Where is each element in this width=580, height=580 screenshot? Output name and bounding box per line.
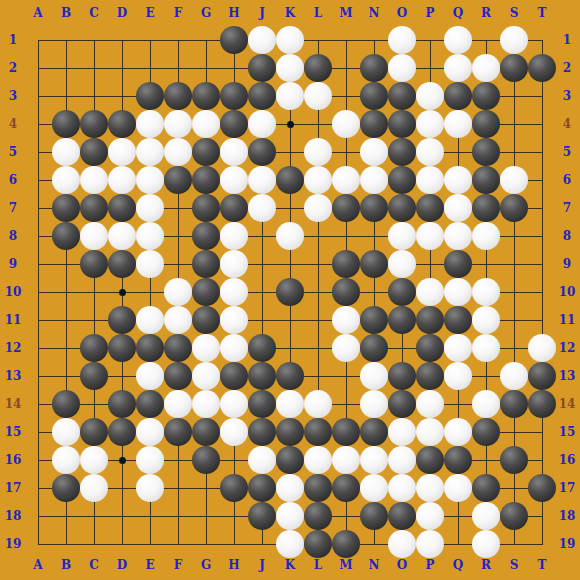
intersection-Q14[interactable] (444, 390, 472, 418)
intersection-A16[interactable] (24, 446, 52, 474)
intersection-G1[interactable] (192, 26, 220, 54)
intersection-S17[interactable] (500, 474, 528, 502)
intersection-Q3[interactable] (444, 82, 472, 110)
intersection-H12[interactable] (220, 334, 248, 362)
intersection-F19[interactable] (164, 530, 192, 558)
intersection-D9[interactable] (108, 250, 136, 278)
intersection-R13[interactable] (472, 362, 500, 390)
intersection-H1[interactable] (220, 26, 248, 54)
intersection-T4[interactable] (528, 110, 556, 138)
intersection-O18[interactable] (388, 502, 416, 530)
intersection-J15[interactable] (248, 418, 276, 446)
intersection-M10[interactable] (332, 278, 360, 306)
intersection-R16[interactable] (472, 446, 500, 474)
intersection-T1[interactable] (528, 26, 556, 54)
intersection-N11[interactable] (360, 306, 388, 334)
intersection-Q15[interactable] (444, 418, 472, 446)
intersection-A14[interactable] (24, 390, 52, 418)
intersection-S2[interactable] (500, 54, 528, 82)
intersection-K17[interactable] (276, 474, 304, 502)
intersection-B15[interactable] (52, 418, 80, 446)
intersection-S19[interactable] (500, 530, 528, 558)
intersection-S7[interactable] (500, 194, 528, 222)
intersection-F4[interactable] (164, 110, 192, 138)
intersection-N12[interactable] (360, 334, 388, 362)
intersection-F6[interactable] (164, 166, 192, 194)
intersection-Q5[interactable] (444, 138, 472, 166)
intersection-R1[interactable] (472, 26, 500, 54)
intersection-C15[interactable] (80, 418, 108, 446)
intersection-F16[interactable] (164, 446, 192, 474)
intersection-H19[interactable] (220, 530, 248, 558)
intersection-C16[interactable] (80, 446, 108, 474)
intersection-J11[interactable] (248, 306, 276, 334)
intersection-R3[interactable] (472, 82, 500, 110)
intersection-T15[interactable] (528, 418, 556, 446)
intersection-G2[interactable] (192, 54, 220, 82)
intersection-O16[interactable] (388, 446, 416, 474)
intersection-M7[interactable] (332, 194, 360, 222)
intersection-E12[interactable] (136, 334, 164, 362)
intersection-H6[interactable] (220, 166, 248, 194)
intersection-O9[interactable] (388, 250, 416, 278)
intersection-N5[interactable] (360, 138, 388, 166)
intersection-K1[interactable] (276, 26, 304, 54)
intersection-P7[interactable] (416, 194, 444, 222)
intersection-D5[interactable] (108, 138, 136, 166)
intersection-D4[interactable] (108, 110, 136, 138)
intersection-C19[interactable] (80, 530, 108, 558)
intersection-D12[interactable] (108, 334, 136, 362)
intersection-N4[interactable] (360, 110, 388, 138)
intersection-F5[interactable] (164, 138, 192, 166)
intersection-D15[interactable] (108, 418, 136, 446)
intersection-C5[interactable] (80, 138, 108, 166)
intersection-E1[interactable] (136, 26, 164, 54)
intersection-J2[interactable] (248, 54, 276, 82)
intersection-K4[interactable] (276, 110, 304, 138)
intersection-J13[interactable] (248, 362, 276, 390)
intersection-J4[interactable] (248, 110, 276, 138)
intersection-K14[interactable] (276, 390, 304, 418)
intersection-Q8[interactable] (444, 222, 472, 250)
intersection-A4[interactable] (24, 110, 52, 138)
intersection-M19[interactable] (332, 530, 360, 558)
intersection-D6[interactable] (108, 166, 136, 194)
intersection-R6[interactable] (472, 166, 500, 194)
intersection-G17[interactable] (192, 474, 220, 502)
intersection-F7[interactable] (164, 194, 192, 222)
intersection-E5[interactable] (136, 138, 164, 166)
intersection-F17[interactable] (164, 474, 192, 502)
intersection-R2[interactable] (472, 54, 500, 82)
intersection-N3[interactable] (360, 82, 388, 110)
intersection-G12[interactable] (192, 334, 220, 362)
intersection-Q1[interactable] (444, 26, 472, 54)
intersection-A15[interactable] (24, 418, 52, 446)
intersection-M15[interactable] (332, 418, 360, 446)
intersection-M11[interactable] (332, 306, 360, 334)
intersection-F11[interactable] (164, 306, 192, 334)
intersection-T13[interactable] (528, 362, 556, 390)
intersection-L14[interactable] (304, 390, 332, 418)
intersection-F15[interactable] (164, 418, 192, 446)
intersection-E14[interactable] (136, 390, 164, 418)
intersection-A1[interactable] (24, 26, 52, 54)
intersection-P3[interactable] (416, 82, 444, 110)
intersection-B10[interactable] (52, 278, 80, 306)
intersection-F8[interactable] (164, 222, 192, 250)
intersection-D3[interactable] (108, 82, 136, 110)
intersection-H13[interactable] (220, 362, 248, 390)
intersection-H4[interactable] (220, 110, 248, 138)
intersection-L3[interactable] (304, 82, 332, 110)
intersection-C10[interactable] (80, 278, 108, 306)
intersection-E6[interactable] (136, 166, 164, 194)
intersection-P10[interactable] (416, 278, 444, 306)
intersection-H10[interactable] (220, 278, 248, 306)
intersection-N8[interactable] (360, 222, 388, 250)
intersection-H7[interactable] (220, 194, 248, 222)
intersection-G5[interactable] (192, 138, 220, 166)
intersection-P8[interactable] (416, 222, 444, 250)
intersection-G8[interactable] (192, 222, 220, 250)
intersection-P18[interactable] (416, 502, 444, 530)
intersection-T8[interactable] (528, 222, 556, 250)
intersection-K13[interactable] (276, 362, 304, 390)
intersection-T14[interactable] (528, 390, 556, 418)
intersection-J5[interactable] (248, 138, 276, 166)
intersection-A19[interactable] (24, 530, 52, 558)
intersection-K9[interactable] (276, 250, 304, 278)
intersection-N6[interactable] (360, 166, 388, 194)
intersection-L4[interactable] (304, 110, 332, 138)
intersection-T10[interactable] (528, 278, 556, 306)
intersection-J3[interactable] (248, 82, 276, 110)
intersection-Q16[interactable] (444, 446, 472, 474)
intersection-E3[interactable] (136, 82, 164, 110)
intersection-O2[interactable] (388, 54, 416, 82)
intersection-S9[interactable] (500, 250, 528, 278)
intersection-E17[interactable] (136, 474, 164, 502)
intersection-E15[interactable] (136, 418, 164, 446)
intersection-G19[interactable] (192, 530, 220, 558)
intersection-J7[interactable] (248, 194, 276, 222)
intersection-C1[interactable] (80, 26, 108, 54)
intersection-J12[interactable] (248, 334, 276, 362)
intersection-R9[interactable] (472, 250, 500, 278)
intersection-S8[interactable] (500, 222, 528, 250)
intersection-G16[interactable] (192, 446, 220, 474)
intersection-E4[interactable] (136, 110, 164, 138)
intersection-O17[interactable] (388, 474, 416, 502)
intersection-L15[interactable] (304, 418, 332, 446)
intersection-P2[interactable] (416, 54, 444, 82)
intersection-N14[interactable] (360, 390, 388, 418)
intersection-J14[interactable] (248, 390, 276, 418)
intersection-B18[interactable] (52, 502, 80, 530)
intersection-T7[interactable] (528, 194, 556, 222)
intersection-M16[interactable] (332, 446, 360, 474)
intersection-F13[interactable] (164, 362, 192, 390)
intersection-S4[interactable] (500, 110, 528, 138)
intersection-K16[interactable] (276, 446, 304, 474)
intersection-H5[interactable] (220, 138, 248, 166)
intersection-M18[interactable] (332, 502, 360, 530)
intersection-O8[interactable] (388, 222, 416, 250)
intersection-N13[interactable] (360, 362, 388, 390)
intersection-T16[interactable] (528, 446, 556, 474)
intersection-L7[interactable] (304, 194, 332, 222)
intersection-R12[interactable] (472, 334, 500, 362)
intersection-K6[interactable] (276, 166, 304, 194)
intersection-N2[interactable] (360, 54, 388, 82)
intersection-R4[interactable] (472, 110, 500, 138)
intersection-A8[interactable] (24, 222, 52, 250)
intersection-B16[interactable] (52, 446, 80, 474)
intersection-N16[interactable] (360, 446, 388, 474)
intersection-M17[interactable] (332, 474, 360, 502)
intersection-B3[interactable] (52, 82, 80, 110)
intersection-C9[interactable] (80, 250, 108, 278)
intersection-A18[interactable] (24, 502, 52, 530)
intersection-N19[interactable] (360, 530, 388, 558)
intersection-C11[interactable] (80, 306, 108, 334)
intersection-S6[interactable] (500, 166, 528, 194)
intersection-K12[interactable] (276, 334, 304, 362)
intersection-S16[interactable] (500, 446, 528, 474)
intersection-L1[interactable] (304, 26, 332, 54)
intersection-M2[interactable] (332, 54, 360, 82)
intersection-E16[interactable] (136, 446, 164, 474)
intersection-E9[interactable] (136, 250, 164, 278)
intersection-O6[interactable] (388, 166, 416, 194)
intersection-J6[interactable] (248, 166, 276, 194)
intersection-P5[interactable] (416, 138, 444, 166)
intersection-B17[interactable] (52, 474, 80, 502)
intersection-F10[interactable] (164, 278, 192, 306)
intersection-B19[interactable] (52, 530, 80, 558)
intersection-O13[interactable] (388, 362, 416, 390)
intersection-P14[interactable] (416, 390, 444, 418)
intersection-P16[interactable] (416, 446, 444, 474)
intersection-E8[interactable] (136, 222, 164, 250)
intersection-M13[interactable] (332, 362, 360, 390)
intersection-L9[interactable] (304, 250, 332, 278)
intersection-H18[interactable] (220, 502, 248, 530)
intersection-E13[interactable] (136, 362, 164, 390)
intersection-F1[interactable] (164, 26, 192, 54)
intersection-R8[interactable] (472, 222, 500, 250)
intersection-C12[interactable] (80, 334, 108, 362)
intersection-R11[interactable] (472, 306, 500, 334)
intersection-N7[interactable] (360, 194, 388, 222)
intersection-A13[interactable] (24, 362, 52, 390)
intersection-Q11[interactable] (444, 306, 472, 334)
intersection-N17[interactable] (360, 474, 388, 502)
intersection-Q10[interactable] (444, 278, 472, 306)
intersection-A7[interactable] (24, 194, 52, 222)
intersection-K3[interactable] (276, 82, 304, 110)
intersection-B12[interactable] (52, 334, 80, 362)
intersection-E11[interactable] (136, 306, 164, 334)
intersection-D13[interactable] (108, 362, 136, 390)
intersection-O19[interactable] (388, 530, 416, 558)
intersection-F18[interactable] (164, 502, 192, 530)
intersection-H11[interactable] (220, 306, 248, 334)
intersection-A9[interactable] (24, 250, 52, 278)
intersection-F3[interactable] (164, 82, 192, 110)
intersection-D14[interactable] (108, 390, 136, 418)
intersection-C18[interactable] (80, 502, 108, 530)
intersection-N15[interactable] (360, 418, 388, 446)
intersection-S3[interactable] (500, 82, 528, 110)
intersection-P1[interactable] (416, 26, 444, 54)
intersection-Q13[interactable] (444, 362, 472, 390)
intersection-J17[interactable] (248, 474, 276, 502)
intersection-M9[interactable] (332, 250, 360, 278)
intersection-T6[interactable] (528, 166, 556, 194)
intersection-E18[interactable] (136, 502, 164, 530)
intersection-M3[interactable] (332, 82, 360, 110)
intersection-T18[interactable] (528, 502, 556, 530)
intersection-C14[interactable] (80, 390, 108, 418)
intersection-O12[interactable] (388, 334, 416, 362)
intersection-H17[interactable] (220, 474, 248, 502)
intersection-P11[interactable] (416, 306, 444, 334)
intersection-R5[interactable] (472, 138, 500, 166)
intersection-D8[interactable] (108, 222, 136, 250)
intersection-C2[interactable] (80, 54, 108, 82)
intersection-K8[interactable] (276, 222, 304, 250)
intersection-M6[interactable] (332, 166, 360, 194)
intersection-Q2[interactable] (444, 54, 472, 82)
intersection-O5[interactable] (388, 138, 416, 166)
intersection-F12[interactable] (164, 334, 192, 362)
intersection-E19[interactable] (136, 530, 164, 558)
intersection-R17[interactable] (472, 474, 500, 502)
intersection-L2[interactable] (304, 54, 332, 82)
intersection-G3[interactable] (192, 82, 220, 110)
intersection-H8[interactable] (220, 222, 248, 250)
intersection-T12[interactable] (528, 334, 556, 362)
intersection-C3[interactable] (80, 82, 108, 110)
intersection-L11[interactable] (304, 306, 332, 334)
intersection-G14[interactable] (192, 390, 220, 418)
intersection-D1[interactable] (108, 26, 136, 54)
intersection-L17[interactable] (304, 474, 332, 502)
intersection-G9[interactable] (192, 250, 220, 278)
intersection-A6[interactable] (24, 166, 52, 194)
intersection-O3[interactable] (388, 82, 416, 110)
intersection-M14[interactable] (332, 390, 360, 418)
intersection-G15[interactable] (192, 418, 220, 446)
intersection-L5[interactable] (304, 138, 332, 166)
intersection-K7[interactable] (276, 194, 304, 222)
intersection-K19[interactable] (276, 530, 304, 558)
intersection-K11[interactable] (276, 306, 304, 334)
intersection-L18[interactable] (304, 502, 332, 530)
intersection-Q12[interactable] (444, 334, 472, 362)
intersection-B9[interactable] (52, 250, 80, 278)
intersection-C7[interactable] (80, 194, 108, 222)
intersection-A17[interactable] (24, 474, 52, 502)
intersection-S14[interactable] (500, 390, 528, 418)
intersection-L13[interactable] (304, 362, 332, 390)
intersection-R18[interactable] (472, 502, 500, 530)
intersection-Q4[interactable] (444, 110, 472, 138)
intersection-K2[interactable] (276, 54, 304, 82)
intersection-B1[interactable] (52, 26, 80, 54)
intersection-B2[interactable] (52, 54, 80, 82)
intersection-D7[interactable] (108, 194, 136, 222)
intersection-K15[interactable] (276, 418, 304, 446)
intersection-D10[interactable] (108, 278, 136, 306)
intersection-M8[interactable] (332, 222, 360, 250)
intersection-A3[interactable] (24, 82, 52, 110)
intersection-G7[interactable] (192, 194, 220, 222)
intersection-A10[interactable] (24, 278, 52, 306)
intersection-M5[interactable] (332, 138, 360, 166)
intersection-D11[interactable] (108, 306, 136, 334)
intersection-M4[interactable] (332, 110, 360, 138)
intersection-J10[interactable] (248, 278, 276, 306)
intersection-B6[interactable] (52, 166, 80, 194)
intersection-G4[interactable] (192, 110, 220, 138)
intersection-O15[interactable] (388, 418, 416, 446)
intersection-A2[interactable] (24, 54, 52, 82)
intersection-S12[interactable] (500, 334, 528, 362)
intersection-J16[interactable] (248, 446, 276, 474)
intersection-T9[interactable] (528, 250, 556, 278)
intersection-K10[interactable] (276, 278, 304, 306)
intersection-N1[interactable] (360, 26, 388, 54)
intersection-C13[interactable] (80, 362, 108, 390)
intersection-J18[interactable] (248, 502, 276, 530)
intersection-T2[interactable] (528, 54, 556, 82)
intersection-R14[interactable] (472, 390, 500, 418)
intersection-E2[interactable] (136, 54, 164, 82)
intersection-G10[interactable] (192, 278, 220, 306)
intersection-C4[interactable] (80, 110, 108, 138)
intersection-M12[interactable] (332, 334, 360, 362)
intersection-B5[interactable] (52, 138, 80, 166)
intersection-E10[interactable] (136, 278, 164, 306)
intersection-O14[interactable] (388, 390, 416, 418)
intersection-Q19[interactable] (444, 530, 472, 558)
intersection-T3[interactable] (528, 82, 556, 110)
intersection-D18[interactable] (108, 502, 136, 530)
intersection-F2[interactable] (164, 54, 192, 82)
intersection-J9[interactable] (248, 250, 276, 278)
intersection-B13[interactable] (52, 362, 80, 390)
intersection-C6[interactable] (80, 166, 108, 194)
intersection-K18[interactable] (276, 502, 304, 530)
intersection-O7[interactable] (388, 194, 416, 222)
intersection-G11[interactable] (192, 306, 220, 334)
intersection-G13[interactable] (192, 362, 220, 390)
intersection-S10[interactable] (500, 278, 528, 306)
intersection-H14[interactable] (220, 390, 248, 418)
intersection-L10[interactable] (304, 278, 332, 306)
intersection-B14[interactable] (52, 390, 80, 418)
intersection-T17[interactable] (528, 474, 556, 502)
intersection-L16[interactable] (304, 446, 332, 474)
intersection-J1[interactable] (248, 26, 276, 54)
intersection-G18[interactable] (192, 502, 220, 530)
intersection-S1[interactable] (500, 26, 528, 54)
intersection-N18[interactable] (360, 502, 388, 530)
